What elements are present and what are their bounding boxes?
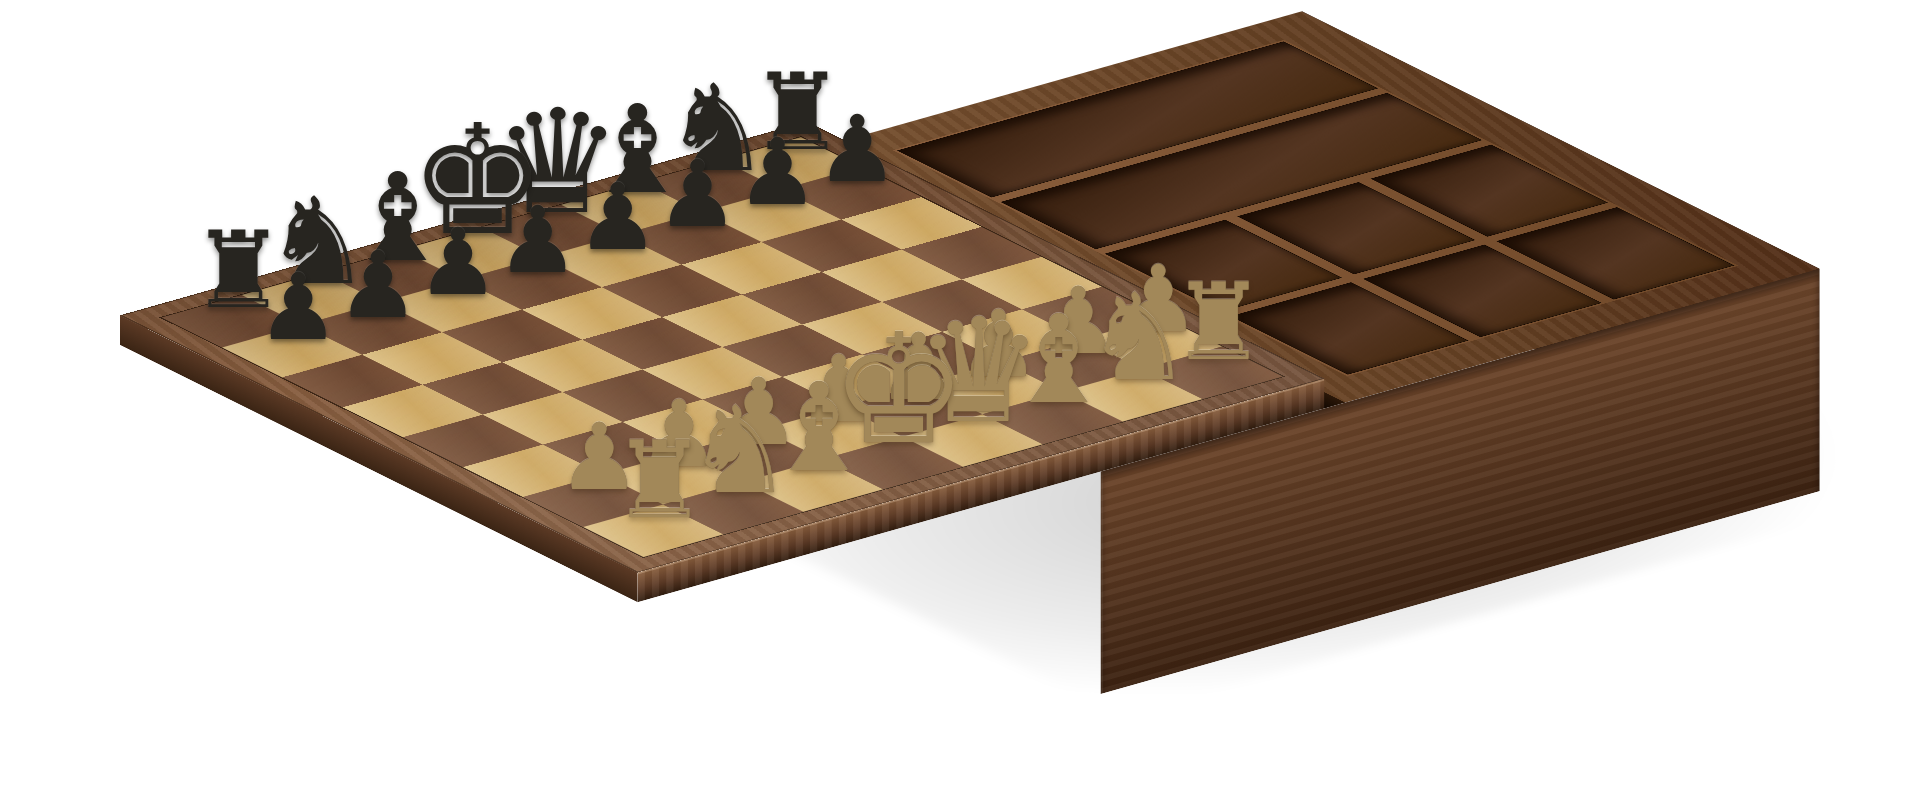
product-photo-scene: ♜♞♝♚♛♝♞♜♟♟♟♟♟♟♟♟♟♟♟♟♟♟♟♟♜♞♝♚♛♝♞♜: [0, 0, 1920, 800]
square-h1: ♜: [583, 504, 723, 556]
white-rook: ♜: [529, 428, 789, 534]
black-pawn: ♟: [168, 262, 428, 354]
